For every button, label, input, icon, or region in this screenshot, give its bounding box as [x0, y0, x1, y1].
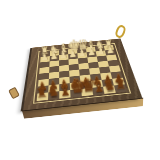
square [49, 72, 59, 79]
piece-black-rook-a8[interactable]: ♜ [114, 78, 127, 92]
hinge-knob-icon [8, 87, 20, 100]
product-photo: ♜♞♝♚♛♝♞♜♟♟♟♟♟♟♟♟♟♟♟♟♟♟♟♟♜♞♝♚♛♝♞♜ [0, 0, 160, 160]
board-3d: ♜♞♝♚♛♝♞♜♟♟♟♟♟♟♟♟♟♟♟♟♟♟♟♟♜♞♝♚♛♝♞♜ [23, 38, 142, 110]
